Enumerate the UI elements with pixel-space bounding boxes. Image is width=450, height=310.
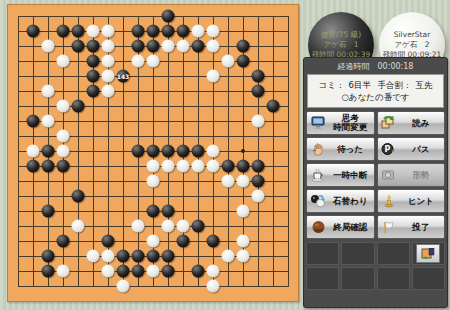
white-stone (207, 70, 220, 83)
white-stone (132, 55, 145, 68)
button-grid: 思考 時間変更読み待ったPパス一時中断形勢石替わりヒント終局確認投了 (306, 111, 445, 239)
white-stone (162, 160, 175, 173)
white-stone (252, 190, 265, 203)
black-stone (237, 55, 250, 68)
white-stone (117, 280, 130, 293)
white-stone (57, 55, 70, 68)
white-stone (42, 115, 55, 128)
pause-button[interactable]: 一時中断 (306, 163, 375, 187)
move-number-label: 143 (117, 73, 130, 79)
black-stone (87, 40, 100, 53)
think-time-button[interactable]: 思考 時間変更 (306, 111, 375, 135)
black-stone (222, 160, 235, 173)
hint-button[interactable]: ヒント (377, 189, 446, 213)
black-stone (237, 40, 250, 53)
white-stone (102, 55, 115, 68)
swap-stones-icon (310, 193, 326, 209)
coffee-icon (310, 167, 326, 183)
black-stone (42, 160, 55, 173)
white-stone (237, 235, 250, 248)
handicap-value: 互先 (416, 80, 433, 90)
go-board[interactable]: 143 (7, 4, 299, 302)
evaluate-label: 形勢 (400, 171, 443, 180)
white-stone (177, 160, 190, 173)
swap-stones-button[interactable]: 石替わり (306, 189, 375, 213)
hint-label: ヒント (400, 197, 443, 206)
undo-button[interactable]: 待った (306, 137, 375, 161)
black-stone (162, 10, 175, 23)
swap-stones-label: 石替わり (329, 197, 372, 206)
black-stone (162, 265, 175, 278)
black-stone (192, 265, 205, 278)
white-stone (192, 25, 205, 38)
black-stone (237, 160, 250, 173)
black-stone (252, 85, 265, 98)
black-stone (192, 220, 205, 233)
komi-label: コミ： (318, 80, 344, 90)
white-stone (102, 70, 115, 83)
black-stone (192, 145, 205, 158)
white-stone (207, 160, 220, 173)
black-stone (42, 265, 55, 278)
bottom-grid (306, 242, 445, 290)
black-stone (87, 70, 100, 83)
black-stone (87, 85, 100, 98)
board-window-icon (421, 248, 435, 260)
black-stone (42, 145, 55, 158)
white-stone (132, 220, 145, 233)
black-stone (147, 145, 160, 158)
handicap-label: 手合割： (378, 80, 412, 90)
black-stone (132, 25, 145, 38)
black-stone (27, 25, 40, 38)
black-stone (207, 235, 220, 248)
black-stone (132, 145, 145, 158)
end-confirm-button[interactable]: 終局確認 (306, 215, 375, 239)
black-stone (177, 145, 190, 158)
white-stone (177, 40, 190, 53)
read-label: 読み (400, 119, 443, 128)
resign-label: 投了 (400, 223, 443, 232)
black-stone (72, 190, 85, 203)
black-stone (252, 175, 265, 188)
black-stone (42, 205, 55, 218)
black-player-name: 健昱(75 級) (321, 30, 361, 40)
elapsed-value: 00:00:18 (378, 62, 414, 71)
black-stone (267, 100, 280, 113)
black-stone (147, 40, 160, 53)
bowl-icon (310, 219, 326, 235)
pass-label: パス (400, 145, 443, 154)
white-stone (87, 250, 100, 263)
white-stone (207, 40, 220, 53)
read-button[interactable]: 読み (377, 111, 446, 135)
black-captures-label: アゲ石 (323, 40, 346, 49)
flag-icon (381, 219, 397, 235)
turn-message: ○あなたの番です (341, 91, 409, 103)
lamp-icon (381, 193, 397, 209)
komi-value: 6目半 (348, 80, 370, 90)
white-player-name: SilverStar (394, 30, 430, 40)
white-captures-label: アゲ石 (394, 40, 417, 49)
white-captures-count: 2 (425, 40, 430, 49)
black-stone (162, 145, 175, 158)
white-stone (42, 85, 55, 98)
white-stone (102, 40, 115, 53)
black-stone (147, 250, 160, 263)
white-stone (57, 265, 70, 278)
white-stone (222, 55, 235, 68)
pass-icon: P (381, 141, 397, 157)
black-stone (102, 235, 115, 248)
elapsed-label: 経過時間 (338, 61, 370, 72)
black-stone (252, 70, 265, 83)
camera-icon (381, 167, 397, 183)
white-stone (102, 265, 115, 278)
white-stone (222, 250, 235, 263)
black-stone (27, 160, 40, 173)
black-stone (162, 25, 175, 38)
black-stone (132, 250, 145, 263)
monitor-icon (310, 115, 326, 131)
white-stone (237, 250, 250, 263)
white-stone (222, 175, 235, 188)
white-stone (102, 250, 115, 263)
black-stone (162, 205, 175, 218)
white-stone (102, 85, 115, 98)
black-stone (57, 160, 70, 173)
white-stone (147, 160, 160, 173)
white-stone (57, 130, 70, 143)
hand-icon (310, 141, 326, 157)
black-stone (162, 250, 175, 263)
resign-button[interactable]: 投了 (377, 215, 446, 239)
boards-arrow-icon (381, 115, 397, 131)
black-stone (132, 265, 145, 278)
white-stone (87, 25, 100, 38)
white-stone (177, 220, 190, 233)
black-stone (117, 265, 130, 278)
black-stone (177, 25, 190, 38)
pause-label: 一時中断 (329, 171, 372, 180)
black-stone (72, 25, 85, 38)
game-info-box: コミ：6目半 手合割：互先 ○あなたの番です (307, 74, 444, 108)
black-stone (72, 100, 85, 113)
control-panel: 経過時間 00:00:18 コミ：6目半 手合割：互先 ○あなたの番です 思考 … (303, 57, 448, 308)
think-time-label: 思考 時間変更 (329, 114, 372, 132)
black-stone (27, 115, 40, 128)
evaluate-button: 形勢 (377, 163, 446, 187)
svg-text:P: P (385, 145, 391, 154)
black-stone (147, 205, 160, 218)
end-confirm-label: 終局確認 (329, 223, 372, 232)
white-stone (147, 175, 160, 188)
white-stone (237, 205, 250, 218)
black-stone (57, 25, 70, 38)
white-stone (252, 115, 265, 128)
white-stone (147, 235, 160, 248)
white-stone (237, 175, 250, 188)
black-stone (132, 40, 145, 53)
white-stone (147, 55, 160, 68)
black-stone (147, 25, 160, 38)
black-stone (117, 250, 130, 263)
white-stone (72, 220, 85, 233)
white-stone (162, 40, 175, 53)
white-stone (42, 40, 55, 53)
white-stone (147, 265, 160, 278)
white-stone (162, 220, 175, 233)
white-stone (57, 145, 70, 158)
white-stone (207, 145, 220, 158)
black-stone (57, 235, 70, 248)
white-stone (207, 25, 220, 38)
white-stone (57, 100, 70, 113)
black-captures-count: 1 (354, 40, 359, 49)
pass-button[interactable]: Pパス (377, 137, 446, 161)
white-stone (207, 280, 220, 293)
black-stone (177, 235, 190, 248)
elapsed-time-bar: 経過時間 00:00:18 (306, 59, 445, 73)
black-stone: 143 (117, 70, 130, 83)
black-stone (252, 160, 265, 173)
white-stone (192, 160, 205, 173)
black-stone (192, 40, 205, 53)
board-window-button[interactable] (416, 244, 440, 263)
white-stone (207, 265, 220, 278)
black-stone (87, 55, 100, 68)
white-stone (102, 25, 115, 38)
star-point (241, 149, 245, 153)
white-stone (27, 145, 40, 158)
black-stone (72, 40, 85, 53)
undo-label: 待った (329, 145, 372, 154)
black-stone (42, 250, 55, 263)
